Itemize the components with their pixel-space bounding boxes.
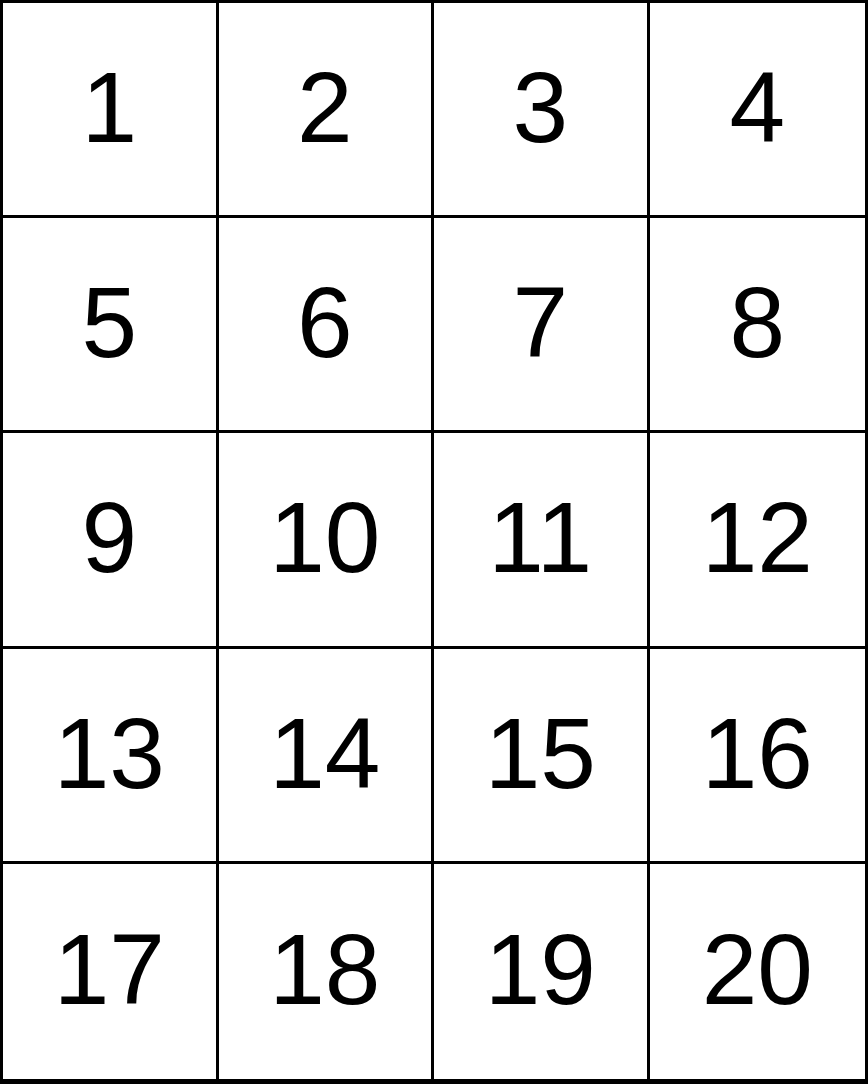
grid-cell-10: 10 <box>219 433 435 648</box>
grid-cell-4: 4 <box>650 3 866 218</box>
cell-number: 19 <box>485 919 596 1019</box>
grid-cell-12: 12 <box>650 433 866 648</box>
cell-number: 9 <box>81 487 137 587</box>
cell-number: 14 <box>269 703 380 803</box>
cell-number: 2 <box>297 57 353 157</box>
grid-cell-3: 3 <box>434 3 650 218</box>
cell-number: 17 <box>54 919 165 1019</box>
cell-number: 5 <box>81 272 137 372</box>
cell-number: 11 <box>488 487 592 587</box>
grid-cell-19: 19 <box>434 864 650 1079</box>
cell-number: 7 <box>512 272 568 372</box>
cell-number: 10 <box>269 487 380 587</box>
grid-cell-5: 5 <box>3 218 219 433</box>
grid-cell-2: 2 <box>219 3 435 218</box>
grid-cell-6: 6 <box>219 218 435 433</box>
cell-number: 12 <box>702 487 813 587</box>
grid-cell-13: 13 <box>3 649 219 864</box>
cell-number: 18 <box>269 919 380 1019</box>
grid-cell-8: 8 <box>650 218 866 433</box>
number-grid-board: 1234567891011121314151617181920 <box>0 0 868 1084</box>
cell-number: 13 <box>54 703 165 803</box>
cell-number: 16 <box>702 703 813 803</box>
grid-cell-17: 17 <box>3 864 219 1079</box>
grid-cell-1: 1 <box>3 3 219 218</box>
grid-cell-20: 20 <box>650 864 866 1079</box>
grid-cell-7: 7 <box>434 218 650 433</box>
cell-number: 6 <box>297 272 353 372</box>
grid-cell-11: 11 <box>434 433 650 648</box>
cell-number: 1 <box>81 57 137 157</box>
cell-number: 4 <box>729 57 785 157</box>
cell-number: 15 <box>485 703 596 803</box>
cell-number: 3 <box>512 57 568 157</box>
grid-cell-14: 14 <box>219 649 435 864</box>
grid-cell-15: 15 <box>434 649 650 864</box>
grid-cell-18: 18 <box>219 864 435 1079</box>
grid-cell-16: 16 <box>650 649 866 864</box>
cell-number: 8 <box>729 272 785 372</box>
grid-cell-9: 9 <box>3 433 219 648</box>
cell-number: 20 <box>702 919 813 1019</box>
